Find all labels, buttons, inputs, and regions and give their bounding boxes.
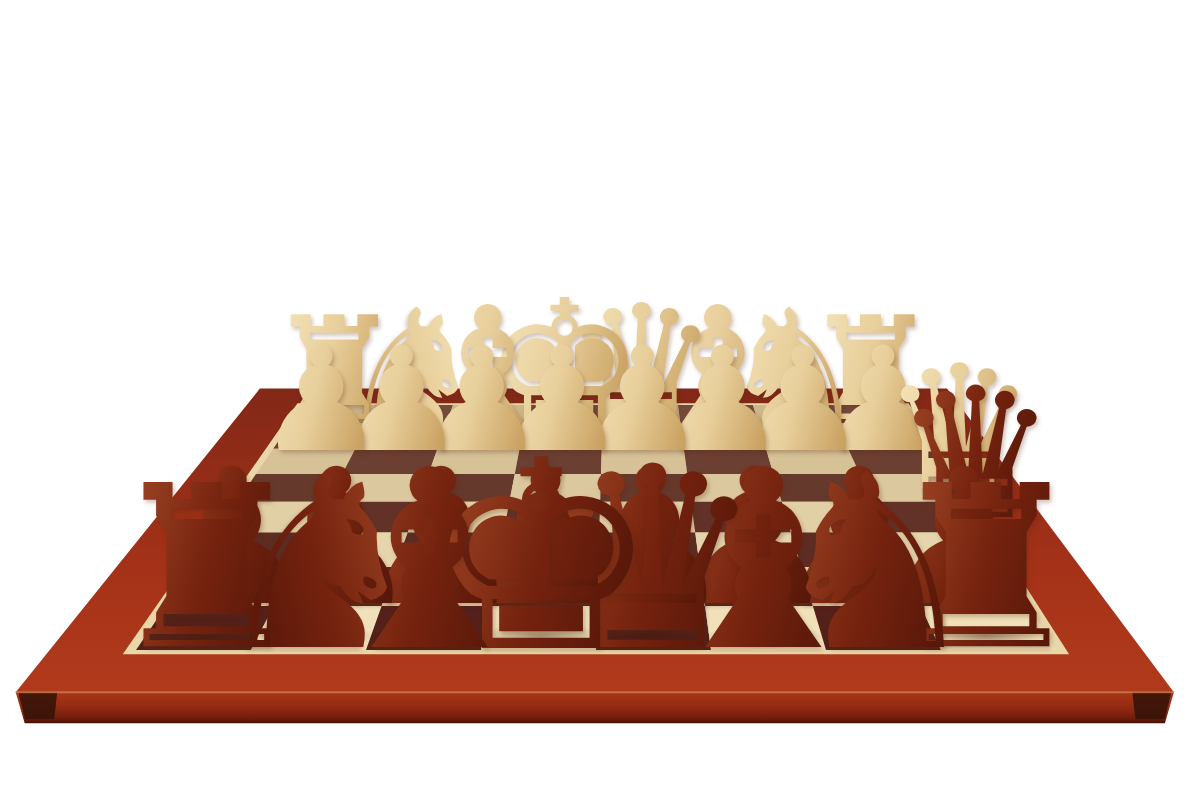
- black-rook-glyph: ♜: [106, 456, 308, 681]
- pieces-layer: ♜♞♝♛♚♝♞♜♟♟♟♟♟♟♟♟♟♟♟♟♟♟♟♟♜♞♝♛♚♝♞♜♛♛: [0, 0, 1200, 800]
- piece-black-rook-h8[interactable]: ♜: [106, 456, 308, 681]
- chess-photo-scene: ♜♞♝♛♚♝♞♜♟♟♟♟♟♟♟♟♟♟♟♟♟♟♟♟♜♞♝♛♚♝♞♜♛♛: [0, 0, 1200, 800]
